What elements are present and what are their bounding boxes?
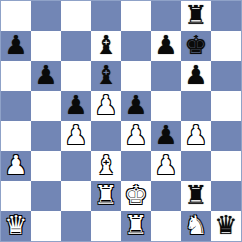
piece-white-rook[interactable]: ♜ <box>94 182 117 208</box>
square-a5[interactable] <box>1 91 31 121</box>
square-g1[interactable]: ♞ <box>181 211 211 241</box>
piece-white-pawn[interactable]: ♟ <box>184 122 207 148</box>
piece-black-pawn[interactable]: ♟ <box>154 32 177 58</box>
square-b8[interactable] <box>31 1 61 31</box>
piece-black-bishop[interactable]: ♝ <box>94 62 117 88</box>
piece-white-pawn[interactable]: ♟ <box>4 152 27 178</box>
piece-black-pawn[interactable]: ♟ <box>124 92 147 118</box>
piece-black-pawn[interactable]: ♟ <box>154 122 177 148</box>
chess-board: ♜♟♝♟♚♟♝♟♟♟♟♟♟♟♟♟♝♟♜♚♜♛♜♞♛ <box>0 0 242 242</box>
square-a1[interactable]: ♛ <box>1 211 31 241</box>
square-h6[interactable] <box>211 61 241 91</box>
square-d1[interactable] <box>91 211 121 241</box>
square-b3[interactable] <box>31 151 61 181</box>
square-e2[interactable]: ♚ <box>121 181 151 211</box>
square-f8[interactable] <box>151 1 181 31</box>
square-c1[interactable] <box>61 211 91 241</box>
square-b7[interactable] <box>31 31 61 61</box>
square-b4[interactable] <box>31 121 61 151</box>
square-f4[interactable]: ♟ <box>151 121 181 151</box>
piece-white-king[interactable]: ♚ <box>124 182 147 208</box>
square-e5[interactable]: ♟ <box>121 91 151 121</box>
square-c8[interactable] <box>61 1 91 31</box>
square-d2[interactable]: ♜ <box>91 181 121 211</box>
square-h4[interactable] <box>211 121 241 151</box>
square-g3[interactable] <box>181 151 211 181</box>
square-g4[interactable]: ♟ <box>181 121 211 151</box>
square-e6[interactable] <box>121 61 151 91</box>
square-a4[interactable] <box>1 121 31 151</box>
square-f6[interactable] <box>151 61 181 91</box>
square-d6[interactable]: ♝ <box>91 61 121 91</box>
square-d3[interactable]: ♝ <box>91 151 121 181</box>
square-f2[interactable] <box>151 181 181 211</box>
square-b6[interactable]: ♟ <box>31 61 61 91</box>
square-f5[interactable] <box>151 91 181 121</box>
square-g8[interactable]: ♜ <box>181 1 211 31</box>
square-e7[interactable] <box>121 31 151 61</box>
piece-black-pawn[interactable]: ♟ <box>184 62 207 88</box>
square-d7[interactable]: ♝ <box>91 31 121 61</box>
piece-black-bishop[interactable]: ♝ <box>94 32 117 58</box>
square-h1[interactable]: ♛ <box>211 211 241 241</box>
square-h8[interactable] <box>211 1 241 31</box>
square-g2[interactable]: ♜ <box>181 181 211 211</box>
piece-black-pawn[interactable]: ♟ <box>4 32 27 58</box>
square-c5[interactable]: ♟ <box>61 91 91 121</box>
square-c4[interactable]: ♟ <box>61 121 91 151</box>
square-f1[interactable] <box>151 211 181 241</box>
square-h2[interactable] <box>211 181 241 211</box>
square-g6[interactable]: ♟ <box>181 61 211 91</box>
square-h7[interactable] <box>211 31 241 61</box>
square-g7[interactable]: ♚ <box>181 31 211 61</box>
square-d8[interactable] <box>91 1 121 31</box>
square-b2[interactable] <box>31 181 61 211</box>
piece-white-bishop[interactable]: ♝ <box>94 152 117 178</box>
square-a7[interactable]: ♟ <box>1 31 31 61</box>
piece-white-pawn[interactable]: ♟ <box>64 122 87 148</box>
square-b1[interactable] <box>31 211 61 241</box>
square-e8[interactable] <box>121 1 151 31</box>
square-a6[interactable] <box>1 61 31 91</box>
piece-black-queen[interactable]: ♛ <box>214 212 237 238</box>
square-h3[interactable] <box>211 151 241 181</box>
piece-white-pawn[interactable]: ♟ <box>94 92 117 118</box>
square-f7[interactable]: ♟ <box>151 31 181 61</box>
square-c2[interactable] <box>61 181 91 211</box>
piece-black-king[interactable]: ♚ <box>184 32 207 58</box>
square-g5[interactable] <box>181 91 211 121</box>
piece-white-pawn[interactable]: ♟ <box>124 122 147 148</box>
piece-black-rook[interactable]: ♜ <box>184 182 207 208</box>
piece-white-pawn[interactable]: ♟ <box>154 152 177 178</box>
square-a3[interactable]: ♟ <box>1 151 31 181</box>
piece-white-rook[interactable]: ♜ <box>124 212 147 238</box>
piece-white-knight[interactable]: ♞ <box>184 212 207 238</box>
square-h5[interactable] <box>211 91 241 121</box>
square-d4[interactable] <box>91 121 121 151</box>
piece-black-pawn[interactable]: ♟ <box>64 92 87 118</box>
square-e4[interactable]: ♟ <box>121 121 151 151</box>
square-d5[interactable]: ♟ <box>91 91 121 121</box>
square-e3[interactable] <box>121 151 151 181</box>
square-e1[interactable]: ♜ <box>121 211 151 241</box>
piece-black-rook[interactable]: ♜ <box>184 2 207 28</box>
square-f3[interactable]: ♟ <box>151 151 181 181</box>
piece-black-pawn[interactable]: ♟ <box>34 62 57 88</box>
square-a2[interactable] <box>1 181 31 211</box>
square-c6[interactable] <box>61 61 91 91</box>
square-c3[interactable] <box>61 151 91 181</box>
square-c7[interactable] <box>61 31 91 61</box>
square-b5[interactable] <box>31 91 61 121</box>
piece-white-queen[interactable]: ♛ <box>4 212 27 238</box>
square-a8[interactable] <box>1 1 31 31</box>
